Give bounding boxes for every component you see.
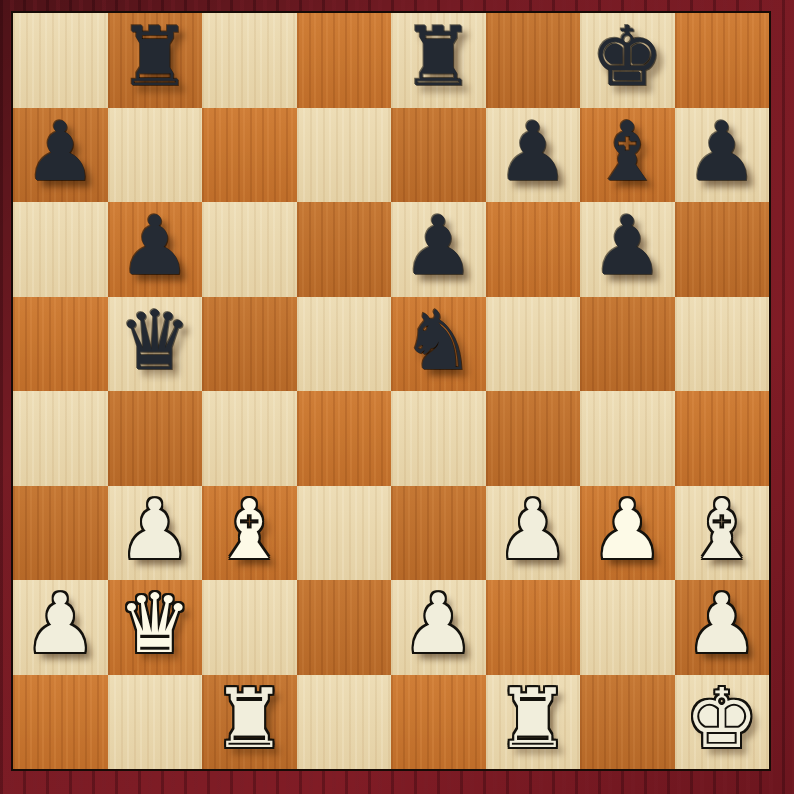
square-a5[interactable]: [13, 297, 108, 392]
square-c7[interactable]: [202, 108, 297, 203]
square-h5[interactable]: [675, 297, 770, 392]
piece-black-pawn-f7[interactable]: ♟: [496, 111, 570, 193]
square-h7[interactable]: ♟: [675, 108, 770, 203]
square-g7[interactable]: ♝: [580, 108, 675, 203]
piece-black-rook-e8[interactable]: ♜: [401, 16, 475, 98]
square-h2[interactable]: ♟: [675, 580, 770, 675]
square-d6[interactable]: [297, 202, 392, 297]
square-d1[interactable]: [297, 675, 392, 770]
square-c2[interactable]: [202, 580, 297, 675]
square-h4[interactable]: [675, 391, 770, 486]
square-b7[interactable]: [108, 108, 203, 203]
square-g1[interactable]: [580, 675, 675, 770]
square-h1[interactable]: ♚: [675, 675, 770, 770]
piece-white-rook-c1[interactable]: ♜: [212, 678, 286, 760]
chess-board: ♜♜♚♟♟♝♟♟♟♟♛♞♟♝♟♟♝♟♛♟♟♜♜♚: [11, 11, 771, 771]
piece-white-pawn-g3[interactable]: ♟: [590, 489, 664, 571]
square-f6[interactable]: [486, 202, 581, 297]
square-a6[interactable]: [13, 202, 108, 297]
piece-white-rook-f1[interactable]: ♜: [496, 678, 570, 760]
square-a7[interactable]: ♟: [13, 108, 108, 203]
piece-black-pawn-b6[interactable]: ♟: [118, 205, 192, 287]
square-d2[interactable]: [297, 580, 392, 675]
piece-black-king-g8[interactable]: ♚: [590, 16, 664, 98]
piece-black-pawn-g6[interactable]: ♟: [590, 205, 664, 287]
square-b4[interactable]: [108, 391, 203, 486]
piece-black-knight-e5[interactable]: ♞: [401, 300, 475, 382]
piece-black-pawn-e6[interactable]: ♟: [401, 205, 475, 287]
square-h6[interactable]: [675, 202, 770, 297]
square-d4[interactable]: [297, 391, 392, 486]
square-g5[interactable]: [580, 297, 675, 392]
square-b1[interactable]: [108, 675, 203, 770]
piece-white-pawn-h2[interactable]: ♟: [685, 583, 759, 665]
piece-black-rook-b8[interactable]: ♜: [118, 16, 192, 98]
square-g4[interactable]: [580, 391, 675, 486]
square-g2[interactable]: [580, 580, 675, 675]
square-d3[interactable]: [297, 486, 392, 581]
square-c1[interactable]: ♜: [202, 675, 297, 770]
square-g3[interactable]: ♟: [580, 486, 675, 581]
square-g8[interactable]: ♚: [580, 13, 675, 108]
square-b3[interactable]: ♟: [108, 486, 203, 581]
square-e6[interactable]: ♟: [391, 202, 486, 297]
square-a2[interactable]: ♟: [13, 580, 108, 675]
square-d5[interactable]: [297, 297, 392, 392]
square-b8[interactable]: ♜: [108, 13, 203, 108]
square-c6[interactable]: [202, 202, 297, 297]
piece-white-bishop-h3[interactable]: ♝: [685, 489, 759, 571]
square-f1[interactable]: ♜: [486, 675, 581, 770]
square-f5[interactable]: [486, 297, 581, 392]
square-h8[interactable]: [675, 13, 770, 108]
square-a3[interactable]: [13, 486, 108, 581]
piece-white-pawn-e2[interactable]: ♟: [401, 583, 475, 665]
piece-white-pawn-a2[interactable]: ♟: [23, 583, 97, 665]
piece-white-king-h1[interactable]: ♚: [685, 678, 759, 760]
square-b5[interactable]: ♛: [108, 297, 203, 392]
piece-black-pawn-a7[interactable]: ♟: [23, 111, 97, 193]
square-c8[interactable]: [202, 13, 297, 108]
square-d8[interactable]: [297, 13, 392, 108]
square-f7[interactable]: ♟: [486, 108, 581, 203]
square-a8[interactable]: [13, 13, 108, 108]
board-frame: ♜♜♚♟♟♝♟♟♟♟♛♞♟♝♟♟♝♟♛♟♟♜♜♚: [0, 0, 794, 794]
square-f8[interactable]: [486, 13, 581, 108]
piece-black-pawn-h7[interactable]: ♟: [685, 111, 759, 193]
square-e8[interactable]: ♜: [391, 13, 486, 108]
square-e5[interactable]: ♞: [391, 297, 486, 392]
square-d7[interactable]: [297, 108, 392, 203]
square-f2[interactable]: [486, 580, 581, 675]
piece-black-bishop-g7[interactable]: ♝: [590, 111, 664, 193]
square-e7[interactable]: [391, 108, 486, 203]
piece-white-bishop-c3[interactable]: ♝: [212, 489, 286, 571]
square-e4[interactable]: [391, 391, 486, 486]
piece-white-queen-b2[interactable]: ♛: [118, 583, 192, 665]
square-a4[interactable]: [13, 391, 108, 486]
square-c3[interactable]: ♝: [202, 486, 297, 581]
square-a1[interactable]: [13, 675, 108, 770]
square-e2[interactable]: ♟: [391, 580, 486, 675]
piece-white-pawn-f3[interactable]: ♟: [496, 489, 570, 571]
piece-black-queen-b5[interactable]: ♛: [118, 300, 192, 382]
square-e3[interactable]: [391, 486, 486, 581]
square-c4[interactable]: [202, 391, 297, 486]
square-h3[interactable]: ♝: [675, 486, 770, 581]
square-g6[interactable]: ♟: [580, 202, 675, 297]
square-f4[interactable]: [486, 391, 581, 486]
piece-white-pawn-b3[interactable]: ♟: [118, 489, 192, 571]
square-e1[interactable]: [391, 675, 486, 770]
square-b2[interactable]: ♛: [108, 580, 203, 675]
square-f3[interactable]: ♟: [486, 486, 581, 581]
square-b6[interactable]: ♟: [108, 202, 203, 297]
square-c5[interactable]: [202, 297, 297, 392]
